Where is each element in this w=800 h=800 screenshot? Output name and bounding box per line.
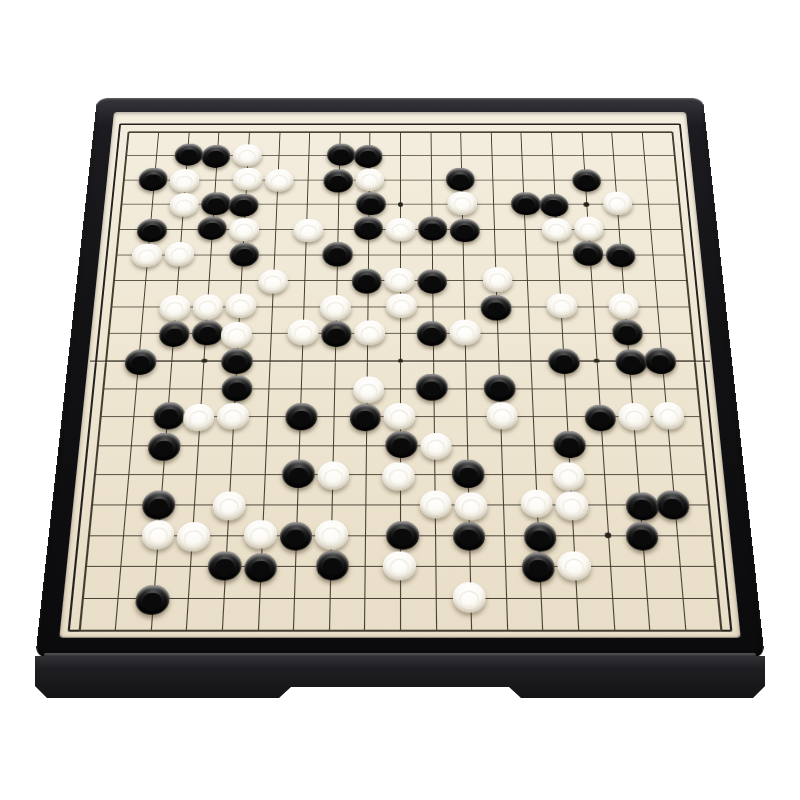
stone-black: ● [418,217,448,241]
stone-white: ○ [212,492,246,520]
stone-white: ○ [452,583,486,613]
stone-white: ○ [385,268,415,292]
stone-black: ● [573,242,604,266]
stone-black: ● [323,170,352,193]
stone-black: ● [450,219,480,243]
stone-white: ○ [555,492,589,520]
stone-white: ○ [386,293,416,318]
stone-black: ● [484,375,516,401]
stone-black: ● [386,431,418,458]
stone-white: ○ [546,293,577,318]
stone-white: ○ [320,296,351,321]
stone-white: ○ [608,294,640,319]
grid-line-vertical [293,132,310,631]
stone-white: ○ [383,551,416,580]
stone-black: ● [352,269,382,293]
board-base [35,656,765,698]
stone-black: ● [386,521,419,550]
stone-white: ○ [542,218,573,242]
stone-black: ● [322,242,352,266]
stone-black: ● [548,349,580,375]
stone-white: ○ [315,521,348,550]
stone-white: ○ [552,463,585,491]
product-photo: ●●○●●●○○○●○●●○●●●○●●○●●○○●○●●○○○○●●●●○●○… [0,0,800,800]
stone-black: ● [316,551,349,580]
stone-black: ● [282,460,315,488]
stone-white: ○ [293,219,323,243]
stone-white: ○ [557,551,591,580]
stone-black: ● [354,145,383,167]
stone-black: ● [523,522,557,551]
stone-white: ○ [243,520,277,549]
stone-black: ● [446,168,475,191]
grid-line-horizontal [103,388,697,389]
stone-black: ● [481,296,512,321]
stone-white: ○ [288,320,319,345]
stone-white: ○ [618,404,651,431]
stone-white: ○ [448,192,477,215]
stone-black: ● [511,192,541,215]
stone-black: ● [416,374,447,400]
stone-white: ○ [384,403,415,430]
stone-white: ○ [486,402,518,429]
stone-white: ○ [386,218,415,242]
star-point [584,202,590,206]
stone-black: ● [452,460,484,488]
grid-line-horizontal [80,630,722,632]
stone-white: ○ [353,377,384,403]
stone-white: ○ [602,192,633,215]
stone-black: ● [522,553,556,582]
star-point [605,533,611,538]
stone-black: ● [644,348,677,374]
grid-line-horizontal [83,598,718,599]
stone-white: ○ [574,217,605,241]
stone-black: ● [452,522,485,551]
stone-white: ○ [482,267,513,291]
grid-line-horizontal [92,504,709,505]
stone-black: ● [553,431,586,458]
go-board: ●●○●●●○○○●○●●○●●●○●●○●●○○●○●●○○○○●●●●○●○… [35,98,765,658]
stone-white: ○ [450,320,481,345]
stone-white: ○ [455,492,488,520]
stone-black: ● [350,404,381,431]
stone-white: ○ [383,463,415,491]
star-point [398,202,403,206]
